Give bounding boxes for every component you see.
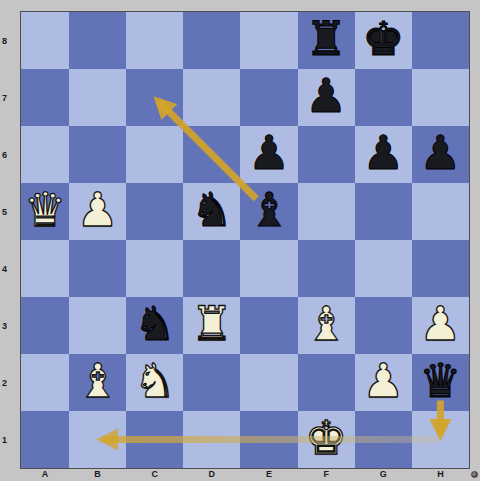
rank-labels: 87654321	[0, 12, 19, 468]
square-e4[interactable]	[240, 240, 297, 297]
square-e5[interactable]: ♝	[240, 183, 297, 240]
square-a1[interactable]	[21, 411, 69, 468]
square-h3[interactable]: ♟	[412, 297, 469, 354]
square-c3[interactable]: ♞	[126, 297, 183, 354]
square-a3[interactable]	[21, 297, 69, 354]
square-e2[interactable]	[240, 354, 297, 411]
white-king-f1[interactable]: ♚	[305, 414, 347, 461]
file-labels: ABCDEFGH	[21, 467, 469, 480]
rank-label-2: 2	[0, 354, 19, 411]
square-h1[interactable]	[412, 411, 469, 468]
square-c1[interactable]	[126, 411, 183, 468]
square-d5[interactable]: ♞	[183, 183, 240, 240]
square-e8[interactable]	[240, 12, 297, 69]
black-pawn-g6[interactable]: ♟	[362, 129, 404, 176]
square-h2[interactable]: ♛	[412, 354, 469, 411]
square-b7[interactable]	[69, 69, 126, 126]
file-label-a: A	[21, 467, 69, 480]
square-a6[interactable]	[21, 126, 69, 183]
square-f1[interactable]: ♚	[298, 411, 355, 468]
rank-label-3: 3	[0, 297, 19, 354]
file-label-b: B	[69, 467, 126, 480]
square-h5[interactable]	[412, 183, 469, 240]
white-pawn-b5[interactable]: ♟	[77, 186, 119, 233]
rank-label-8: 8	[0, 12, 19, 69]
black-knight-c3[interactable]: ♞	[134, 300, 176, 347]
square-h7[interactable]	[412, 69, 469, 126]
black-pawn-e6[interactable]: ♟	[248, 129, 290, 176]
square-g3[interactable]	[355, 297, 412, 354]
square-c7[interactable]	[126, 69, 183, 126]
square-f3[interactable]: ♝	[298, 297, 355, 354]
white-knight-c2[interactable]: ♞	[134, 357, 176, 404]
square-f6[interactable]	[298, 126, 355, 183]
square-c6[interactable]	[126, 126, 183, 183]
square-c4[interactable]	[126, 240, 183, 297]
square-f5[interactable]	[298, 183, 355, 240]
square-a5[interactable]: ♛	[21, 183, 69, 240]
black-knight-d5[interactable]: ♞	[191, 186, 233, 233]
square-a7[interactable]	[21, 69, 69, 126]
square-g5[interactable]	[355, 183, 412, 240]
square-a4[interactable]	[21, 240, 69, 297]
square-c2[interactable]: ♞	[126, 354, 183, 411]
square-h6[interactable]: ♟	[412, 126, 469, 183]
white-rook-d3[interactable]: ♜	[191, 300, 233, 347]
square-b5[interactable]: ♟	[69, 183, 126, 240]
square-g2[interactable]: ♟	[355, 354, 412, 411]
black-bishop-e5[interactable]: ♝	[248, 186, 290, 233]
square-g6[interactable]: ♟	[355, 126, 412, 183]
square-c5[interactable]	[126, 183, 183, 240]
square-b3[interactable]	[69, 297, 126, 354]
square-d7[interactable]	[183, 69, 240, 126]
square-f4[interactable]	[298, 240, 355, 297]
square-f8[interactable]: ♜	[298, 12, 355, 69]
rank-label-1: 1	[0, 411, 19, 468]
square-g8[interactable]: ♚	[355, 12, 412, 69]
square-g1[interactable]	[355, 411, 412, 468]
square-d6[interactable]	[183, 126, 240, 183]
square-g7[interactable]	[355, 69, 412, 126]
square-d1[interactable]	[183, 411, 240, 468]
corner-button[interactable]	[471, 471, 478, 478]
square-h8[interactable]	[412, 12, 469, 69]
rank-label-4: 4	[0, 240, 19, 297]
white-bishop-b2[interactable]: ♝	[77, 357, 119, 404]
square-b8[interactable]	[69, 12, 126, 69]
square-f2[interactable]	[298, 354, 355, 411]
square-c8[interactable]	[126, 12, 183, 69]
square-e7[interactable]	[240, 69, 297, 126]
square-a8[interactable]	[21, 12, 69, 69]
rank-label-5: 5	[0, 183, 19, 240]
black-pawn-h6[interactable]: ♟	[419, 129, 461, 176]
rank-label-7: 7	[0, 69, 19, 126]
file-label-d: D	[183, 467, 240, 480]
white-pawn-g2[interactable]: ♟	[362, 357, 404, 404]
black-king-g8[interactable]: ♚	[362, 15, 404, 62]
square-f7[interactable]: ♟	[298, 69, 355, 126]
square-d3[interactable]: ♜	[183, 297, 240, 354]
file-label-c: C	[126, 467, 183, 480]
black-queen-h2[interactable]: ♛	[419, 357, 461, 404]
white-queen-a5[interactable]: ♛	[24, 186, 66, 233]
black-rook-f8[interactable]: ♜	[305, 15, 347, 62]
square-e1[interactable]	[240, 411, 297, 468]
white-pawn-h3[interactable]: ♟	[419, 300, 461, 347]
square-h4[interactable]	[412, 240, 469, 297]
white-bishop-f3[interactable]: ♝	[305, 300, 347, 347]
file-label-f: F	[298, 467, 355, 480]
rank-label-6: 6	[0, 126, 19, 183]
file-label-g: G	[355, 467, 412, 480]
chess-board: ♜♚♟♟♟♟♛♟♞♝♞♜♝♟♝♞♟♛♚	[20, 11, 470, 469]
square-d8[interactable]	[183, 12, 240, 69]
square-g4[interactable]	[355, 240, 412, 297]
square-b2[interactable]: ♝	[69, 354, 126, 411]
black-pawn-f7[interactable]: ♟	[305, 72, 347, 119]
square-e6[interactable]: ♟	[240, 126, 297, 183]
square-b4[interactable]	[69, 240, 126, 297]
square-b1[interactable]	[69, 411, 126, 468]
square-b6[interactable]	[69, 126, 126, 183]
file-label-h: H	[412, 467, 469, 480]
square-a2[interactable]	[21, 354, 69, 411]
square-e3[interactable]	[240, 297, 297, 354]
square-d4[interactable]	[183, 240, 240, 297]
file-label-e: E	[240, 467, 297, 480]
square-d2[interactable]	[183, 354, 240, 411]
